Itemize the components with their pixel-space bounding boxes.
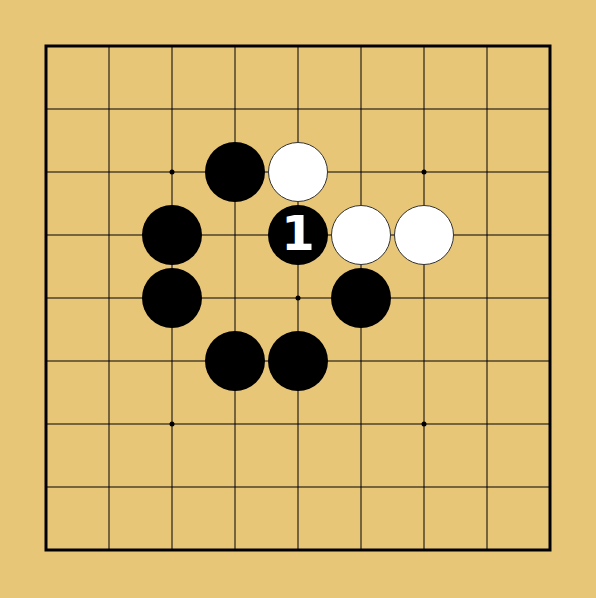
intersection-A5[interactable] [15,267,78,330]
white-stone [331,205,391,265]
go-board-diagram: 1 [0,0,596,598]
intersection-C4[interactable] [141,330,204,393]
black-stone [268,331,328,391]
black-stone [331,268,391,328]
intersection-E6[interactable]: 1 [267,204,330,267]
intersection-F1[interactable] [330,519,393,582]
intersection-J5[interactable] [519,267,582,330]
black-stone [205,331,265,391]
intersection-E2[interactable] [267,456,330,519]
intersection-F9[interactable] [330,15,393,78]
intersection-G3[interactable] [393,393,456,456]
intersection-G5[interactable] [393,267,456,330]
intersection-D9[interactable] [204,15,267,78]
move-number-label: 1 [281,209,314,257]
intersection-H2[interactable] [456,456,519,519]
intersection-A2[interactable] [15,456,78,519]
intersection-H5[interactable] [456,267,519,330]
intersection-B3[interactable] [78,393,141,456]
intersection-J4[interactable] [519,330,582,393]
intersection-F3[interactable] [330,393,393,456]
intersection-C8[interactable] [141,78,204,141]
intersection-H4[interactable] [456,330,519,393]
intersection-D8[interactable] [204,78,267,141]
intersection-E3[interactable] [267,393,330,456]
intersection-J7[interactable] [519,141,582,204]
intersection-G1[interactable] [393,519,456,582]
intersection-E4[interactable] [267,330,330,393]
intersection-G4[interactable] [393,330,456,393]
intersection-D6[interactable] [204,204,267,267]
black-stone [142,205,202,265]
intersection-A6[interactable] [15,204,78,267]
white-stone [268,142,328,202]
intersection-B4[interactable] [78,330,141,393]
intersection-H1[interactable] [456,519,519,582]
intersection-J8[interactable] [519,78,582,141]
intersection-D5[interactable] [204,267,267,330]
intersection-A9[interactable] [15,15,78,78]
intersection-E1[interactable] [267,519,330,582]
intersection-B6[interactable] [78,204,141,267]
intersection-G2[interactable] [393,456,456,519]
intersection-E9[interactable] [267,15,330,78]
intersection-F2[interactable] [330,456,393,519]
intersection-D7[interactable] [204,141,267,204]
intersection-C7[interactable] [141,141,204,204]
intersection-F7[interactable] [330,141,393,204]
intersection-E8[interactable] [267,78,330,141]
intersection-G7[interactable] [393,141,456,204]
intersection-D3[interactable] [204,393,267,456]
intersection-C3[interactable] [141,393,204,456]
intersection-J6[interactable] [519,204,582,267]
intersection-E7[interactable] [267,141,330,204]
intersection-D1[interactable] [204,519,267,582]
intersection-J9[interactable] [519,15,582,78]
black-stone [142,268,202,328]
intersection-C9[interactable] [141,15,204,78]
intersection-B1[interactable] [78,519,141,582]
intersection-J3[interactable] [519,393,582,456]
intersection-B8[interactable] [78,78,141,141]
intersection-D2[interactable] [204,456,267,519]
intersection-G9[interactable] [393,15,456,78]
intersection-G6[interactable] [393,204,456,267]
intersection-A4[interactable] [15,330,78,393]
intersection-F4[interactable] [330,330,393,393]
intersection-H9[interactable] [456,15,519,78]
intersection-J1[interactable] [519,519,582,582]
intersection-G8[interactable] [393,78,456,141]
intersection-H6[interactable] [456,204,519,267]
intersection-C1[interactable] [141,519,204,582]
intersection-B2[interactable] [78,456,141,519]
intersection-J2[interactable] [519,456,582,519]
intersection-F5[interactable] [330,267,393,330]
intersection-A3[interactable] [15,393,78,456]
black-stone-move-1: 1 [268,205,328,265]
white-stone [394,205,454,265]
intersection-A1[interactable] [15,519,78,582]
intersection-C5[interactable] [141,267,204,330]
intersection-B7[interactable] [78,141,141,204]
intersection-H7[interactable] [456,141,519,204]
intersection-H8[interactable] [456,78,519,141]
intersection-H3[interactable] [456,393,519,456]
intersection-F6[interactable] [330,204,393,267]
intersection-C6[interactable] [141,204,204,267]
intersection-B9[interactable] [78,15,141,78]
intersection-D4[interactable] [204,330,267,393]
intersection-B5[interactable] [78,267,141,330]
black-stone [205,142,265,202]
intersection-A8[interactable] [15,78,78,141]
intersection-A7[interactable] [15,141,78,204]
intersection-E5[interactable] [267,267,330,330]
intersection-F8[interactable] [330,78,393,141]
intersection-C2[interactable] [141,456,204,519]
board-intersections: 1 [15,15,582,582]
